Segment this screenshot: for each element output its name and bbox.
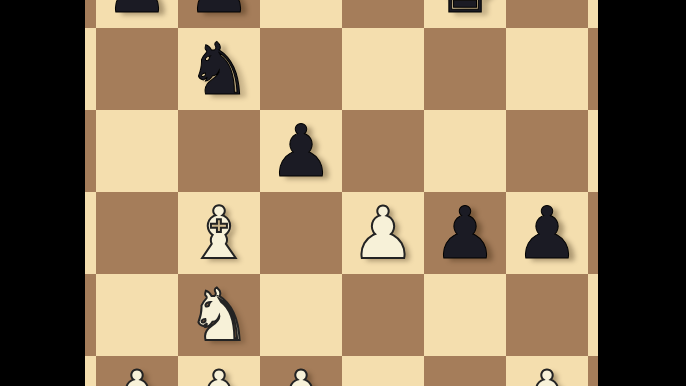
square-c3[interactable]: ♞ [178,274,260,356]
square-b7[interactable]: ♟ [96,0,178,28]
piece-black-pawn-f4[interactable]: ♟ [433,197,498,269]
piece-black-pawn-c7[interactable]: ♟ [187,0,252,23]
square-d5[interactable]: ♟ [260,110,342,192]
square-e5[interactable] [342,110,424,192]
square-e6[interactable] [342,28,424,110]
square-g2[interactable]: ♟ [506,356,588,386]
square-d6[interactable] [260,28,342,110]
square-e4[interactable]: ♟ [342,192,424,274]
square-e7[interactable] [342,0,424,28]
piece-black-pawn-b7[interactable]: ♟ [105,0,170,23]
square-f5[interactable] [424,110,506,192]
square-f2[interactable] [424,356,506,386]
piece-black-pawn-d5[interactable]: ♟ [269,115,334,187]
square-g3[interactable] [506,274,588,356]
square-c6[interactable]: ♞ [178,28,260,110]
square-d7[interactable] [260,0,342,28]
square-f6[interactable] [424,28,506,110]
square-d2[interactable]: ♟ [260,356,342,386]
square-g6[interactable] [506,28,588,110]
right-letterbox [598,0,686,386]
square-b5[interactable] [96,110,178,192]
chess-board[interactable]: ♟♟♚♞♟♝♟♟♟♞♟♟♟♟ [14,0,670,386]
square-d4[interactable] [260,192,342,274]
square-c5[interactable] [178,110,260,192]
square-e2[interactable] [342,356,424,386]
square-g7[interactable] [506,0,588,28]
piece-white-bishop-c4[interactable]: ♝ [187,197,252,269]
square-b3[interactable] [96,274,178,356]
piece-white-pawn-b2[interactable]: ♟ [105,361,170,386]
square-b4[interactable] [96,192,178,274]
left-letterbox [0,0,85,386]
piece-white-pawn-d2[interactable]: ♟ [269,361,334,386]
square-e3[interactable] [342,274,424,356]
square-d3[interactable] [260,274,342,356]
square-c2[interactable]: ♟ [178,356,260,386]
square-c7[interactable]: ♟ [178,0,260,28]
square-f3[interactable] [424,274,506,356]
square-f7[interactable]: ♚ [424,0,506,28]
piece-white-knight-c3[interactable]: ♞ [187,279,252,351]
piece-black-knight-c6[interactable]: ♞ [187,33,252,105]
piece-black-king-f7[interactable]: ♚ [433,0,498,23]
piece-white-pawn-e4[interactable]: ♟ [351,197,416,269]
square-f4[interactable]: ♟ [424,192,506,274]
square-b2[interactable]: ♟ [96,356,178,386]
piece-white-pawn-g2[interactable]: ♟ [515,361,580,386]
video-frame: ♟♟♚♞♟♝♟♟♟♞♟♟♟♟ [0,0,686,386]
piece-white-pawn-c2[interactable]: ♟ [187,361,252,386]
square-c4[interactable]: ♝ [178,192,260,274]
square-g4[interactable]: ♟ [506,192,588,274]
square-b6[interactable] [96,28,178,110]
square-g5[interactable] [506,110,588,192]
piece-black-pawn-g4[interactable]: ♟ [515,197,580,269]
